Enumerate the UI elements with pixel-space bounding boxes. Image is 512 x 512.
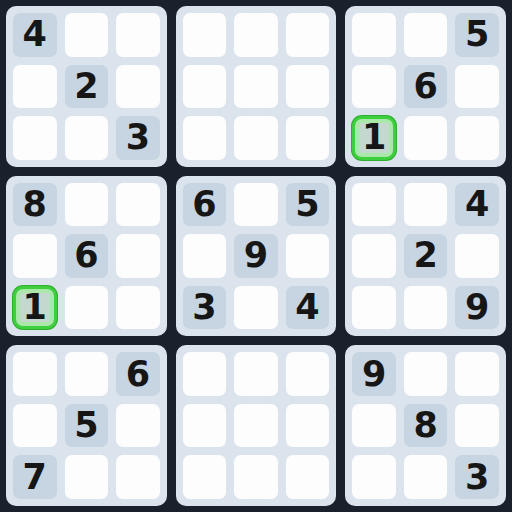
cell-r9c9[interactable]: 3 xyxy=(455,455,499,499)
cell-r2c1[interactable] xyxy=(13,65,57,109)
cell-r9c6[interactable] xyxy=(286,455,330,499)
cell-r4c3[interactable] xyxy=(116,183,160,227)
cell-r7c9[interactable] xyxy=(455,352,499,396)
cell-r2c8[interactable]: 6 xyxy=(404,65,448,109)
cell-r7c2[interactable] xyxy=(65,352,109,396)
box-r3c2 xyxy=(176,345,337,506)
cell-r4c9[interactable]: 4 xyxy=(455,183,499,227)
cell-r9c4[interactable] xyxy=(183,455,227,499)
cell-r7c8[interactable] xyxy=(404,352,448,396)
cell-r5c6[interactable] xyxy=(286,234,330,278)
cell-r2c4[interactable] xyxy=(183,65,227,109)
box-r3c1: 657 xyxy=(6,345,167,506)
cell-r3c9[interactable] xyxy=(455,116,499,160)
cell-r1c2[interactable] xyxy=(65,13,109,57)
box-r2c1: 861 xyxy=(6,176,167,337)
cell-r6c4[interactable]: 3 xyxy=(183,286,227,330)
cell-r8c8[interactable]: 8 xyxy=(404,404,448,448)
cell-r3c1[interactable] xyxy=(13,116,57,160)
cell-r5c1[interactable] xyxy=(13,234,57,278)
cell-r5c7[interactable] xyxy=(352,234,396,278)
cell-r4c6[interactable]: 5 xyxy=(286,183,330,227)
cell-r7c5[interactable] xyxy=(234,352,278,396)
cell-r2c3[interactable] xyxy=(116,65,160,109)
box-r1c3: 561 xyxy=(345,6,506,167)
cell-r7c3[interactable]: 6 xyxy=(116,352,160,396)
cell-r6c6[interactable]: 4 xyxy=(286,286,330,330)
cell-r9c8[interactable] xyxy=(404,455,448,499)
cell-r9c7[interactable] xyxy=(352,455,396,499)
cell-r3c7[interactable]: 1 xyxy=(352,116,396,160)
cell-r2c9[interactable] xyxy=(455,65,499,109)
cell-r4c4[interactable]: 6 xyxy=(183,183,227,227)
cell-r5c5[interactable]: 9 xyxy=(234,234,278,278)
box-r1c1: 423 xyxy=(6,6,167,167)
cell-r2c5[interactable] xyxy=(234,65,278,109)
cell-r2c2[interactable]: 2 xyxy=(65,65,109,109)
cell-r7c4[interactable] xyxy=(183,352,227,396)
cell-r2c6[interactable] xyxy=(286,65,330,109)
cell-r6c8[interactable] xyxy=(404,286,448,330)
cell-r6c9[interactable]: 9 xyxy=(455,286,499,330)
cell-r6c7[interactable] xyxy=(352,286,396,330)
cell-r4c7[interactable] xyxy=(352,183,396,227)
cell-r3c4[interactable] xyxy=(183,116,227,160)
cell-r8c4[interactable] xyxy=(183,404,227,448)
cell-r6c3[interactable] xyxy=(116,286,160,330)
cell-r5c2[interactable]: 6 xyxy=(65,234,109,278)
cell-r5c4[interactable] xyxy=(183,234,227,278)
cell-r7c1[interactable] xyxy=(13,352,57,396)
box-r1c2 xyxy=(176,6,337,167)
cell-r8c5[interactable] xyxy=(234,404,278,448)
cell-r5c3[interactable] xyxy=(116,234,160,278)
cell-r3c5[interactable] xyxy=(234,116,278,160)
box-r2c2: 65934 xyxy=(176,176,337,337)
sudoku-board: 42356186165934429657983 xyxy=(0,0,512,512)
cell-r8c7[interactable] xyxy=(352,404,396,448)
cell-r1c1[interactable]: 4 xyxy=(13,13,57,57)
cell-r2c7[interactable] xyxy=(352,65,396,109)
cell-r4c2[interactable] xyxy=(65,183,109,227)
cell-r1c6[interactable] xyxy=(286,13,330,57)
cell-r5c8[interactable]: 2 xyxy=(404,234,448,278)
cell-r1c5[interactable] xyxy=(234,13,278,57)
cell-r3c2[interactable] xyxy=(65,116,109,160)
cell-r7c6[interactable] xyxy=(286,352,330,396)
cell-r9c2[interactable] xyxy=(65,455,109,499)
cell-r8c6[interactable] xyxy=(286,404,330,448)
cell-r1c4[interactable] xyxy=(183,13,227,57)
cell-r3c3[interactable]: 3 xyxy=(116,116,160,160)
cell-r1c9[interactable]: 5 xyxy=(455,13,499,57)
cell-r9c3[interactable] xyxy=(116,455,160,499)
cell-r1c3[interactable] xyxy=(116,13,160,57)
cell-r6c2[interactable] xyxy=(65,286,109,330)
cell-r6c5[interactable] xyxy=(234,286,278,330)
cell-r9c1[interactable]: 7 xyxy=(13,455,57,499)
cell-r3c8[interactable] xyxy=(404,116,448,160)
box-r2c3: 429 xyxy=(345,176,506,337)
cell-r8c3[interactable] xyxy=(116,404,160,448)
cell-r5c9[interactable] xyxy=(455,234,499,278)
cell-r8c9[interactable] xyxy=(455,404,499,448)
cell-r1c8[interactable] xyxy=(404,13,448,57)
cell-r4c1[interactable]: 8 xyxy=(13,183,57,227)
cell-r4c5[interactable] xyxy=(234,183,278,227)
cell-r3c6[interactable] xyxy=(286,116,330,160)
cell-r7c7[interactable]: 9 xyxy=(352,352,396,396)
box-r3c3: 983 xyxy=(345,345,506,506)
cell-r4c8[interactable] xyxy=(404,183,448,227)
cell-r9c5[interactable] xyxy=(234,455,278,499)
cell-r8c2[interactable]: 5 xyxy=(65,404,109,448)
cell-r6c1[interactable]: 1 xyxy=(13,286,57,330)
cell-r1c7[interactable] xyxy=(352,13,396,57)
cell-r8c1[interactable] xyxy=(13,404,57,448)
